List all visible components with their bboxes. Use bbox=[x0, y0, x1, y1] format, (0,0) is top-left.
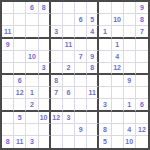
cell-r4c2[interactable] bbox=[14, 39, 26, 51]
cell-r5c11[interactable] bbox=[124, 51, 136, 63]
cell-r3c5[interactable]: 3 bbox=[51, 26, 63, 38]
cell-r6c1[interactable] bbox=[2, 63, 14, 75]
cell-r10c10[interactable] bbox=[112, 112, 124, 124]
cell-r12c8[interactable] bbox=[87, 136, 99, 148]
cell-r10c7[interactable] bbox=[75, 112, 87, 124]
cell-r10c8[interactable] bbox=[87, 112, 99, 124]
cell-r4c5[interactable] bbox=[51, 39, 63, 51]
cell-r11c6[interactable] bbox=[63, 124, 75, 136]
cell-r9c9[interactable]: 3 bbox=[99, 99, 111, 111]
cell-r1c10[interactable] bbox=[112, 2, 124, 14]
cell-r5c7[interactable]: 7 bbox=[75, 51, 87, 63]
cell-r5c10[interactable]: 4 bbox=[112, 51, 124, 63]
cell-r6c7[interactable] bbox=[75, 63, 87, 75]
sudoku-board: 6896510811341791111079432812689121761123… bbox=[0, 0, 150, 150]
cell-r12c7[interactable] bbox=[75, 136, 87, 148]
cell-r11c4[interactable] bbox=[39, 124, 51, 136]
cell-r6c9[interactable] bbox=[99, 63, 111, 75]
cell-r12c6[interactable] bbox=[63, 136, 75, 148]
cell-r7c7[interactable] bbox=[75, 75, 87, 87]
cell-r6c11[interactable] bbox=[124, 63, 136, 75]
cell-r6c6[interactable]: 2 bbox=[63, 63, 75, 75]
cell-r5c2[interactable] bbox=[14, 51, 26, 63]
cell-r9c6[interactable] bbox=[63, 99, 75, 111]
cell-r7c12[interactable] bbox=[136, 75, 148, 87]
cell-r5c3[interactable]: 10 bbox=[26, 51, 38, 63]
cell-r2c6[interactable] bbox=[63, 14, 75, 26]
cell-r1c5[interactable] bbox=[51, 2, 63, 14]
cell-r6c8[interactable]: 8 bbox=[87, 63, 99, 75]
cell-r8c9[interactable] bbox=[99, 87, 111, 99]
cell-r11c5[interactable] bbox=[51, 124, 63, 136]
cell-r10c11[interactable] bbox=[124, 112, 136, 124]
cell-r1c3[interactable]: 6 bbox=[26, 2, 38, 14]
cell-r11c7[interactable]: 9 bbox=[75, 124, 87, 136]
cell-r3c11[interactable] bbox=[124, 26, 136, 38]
cell-r12c10[interactable] bbox=[112, 136, 124, 148]
cell-r2c10[interactable]: 10 bbox=[112, 14, 124, 26]
cell-r3c12[interactable]: 7 bbox=[136, 26, 148, 38]
cell-r5c1[interactable] bbox=[2, 51, 14, 63]
cell-r11c8[interactable] bbox=[87, 124, 99, 136]
cell-r8c3[interactable]: 1 bbox=[26, 87, 38, 99]
cell-r10c3[interactable] bbox=[26, 112, 38, 124]
cell-r3c9[interactable]: 1 bbox=[99, 26, 111, 38]
cell-r4c9[interactable] bbox=[99, 39, 111, 51]
cell-r10c9[interactable] bbox=[99, 112, 111, 124]
cell-r4c7[interactable] bbox=[75, 39, 87, 51]
cell-r9c8[interactable] bbox=[87, 99, 99, 111]
cell-r8c2[interactable]: 12 bbox=[14, 87, 26, 99]
cell-r11c11[interactable]: 4 bbox=[124, 124, 136, 136]
cell-r8c4[interactable] bbox=[39, 87, 51, 99]
cell-r3c4[interactable] bbox=[39, 26, 51, 38]
cell-r12c11[interactable]: 10 bbox=[124, 136, 136, 148]
cell-r11c1[interactable] bbox=[2, 124, 14, 136]
cell-r10c1[interactable] bbox=[2, 112, 14, 124]
cell-r10c12[interactable] bbox=[136, 112, 148, 124]
cell-r10c2[interactable]: 5 bbox=[14, 112, 26, 124]
cell-r4c6[interactable]: 11 bbox=[63, 39, 75, 51]
cell-r5c6[interactable] bbox=[63, 51, 75, 63]
cell-r3c8[interactable]: 4 bbox=[87, 26, 99, 38]
cell-r6c4[interactable]: 3 bbox=[39, 63, 51, 75]
cell-r2c7[interactable]: 6 bbox=[75, 14, 87, 26]
cell-r4c11[interactable] bbox=[124, 39, 136, 51]
cell-r9c4[interactable] bbox=[39, 99, 51, 111]
cell-r12c4[interactable] bbox=[39, 136, 51, 148]
cell-r2c11[interactable] bbox=[124, 14, 136, 26]
cell-r11c2[interactable] bbox=[14, 124, 26, 136]
cell-r7c11[interactable]: 9 bbox=[124, 75, 136, 87]
cell-r2c9[interactable] bbox=[99, 14, 111, 26]
cell-r1c12[interactable]: 9 bbox=[136, 2, 148, 14]
cell-r11c9[interactable]: 8 bbox=[99, 124, 111, 136]
cell-r3c6[interactable] bbox=[63, 26, 75, 38]
cell-r5c5[interactable] bbox=[51, 51, 63, 63]
cell-r9c1[interactable] bbox=[2, 99, 14, 111]
cell-r8c5[interactable]: 7 bbox=[51, 87, 63, 99]
cell-r12c1[interactable]: 8 bbox=[2, 136, 14, 148]
cell-r1c11[interactable] bbox=[124, 2, 136, 14]
cell-r8c6[interactable]: 6 bbox=[63, 87, 75, 99]
cell-r3c1[interactable]: 11 bbox=[2, 26, 14, 38]
cell-r7c1[interactable] bbox=[2, 75, 14, 87]
cell-r2c8[interactable]: 5 bbox=[87, 14, 99, 26]
cell-r6c5[interactable] bbox=[51, 63, 63, 75]
cell-r2c1[interactable] bbox=[2, 14, 14, 26]
cell-r4c10[interactable]: 1 bbox=[112, 39, 124, 51]
cell-r8c7[interactable] bbox=[75, 87, 87, 99]
cell-r12c9[interactable]: 5 bbox=[99, 136, 111, 148]
cell-r7c8[interactable] bbox=[87, 75, 99, 87]
cell-r4c1[interactable]: 9 bbox=[2, 39, 14, 51]
cell-r11c12[interactable]: 12 bbox=[136, 124, 148, 136]
cell-r2c5[interactable] bbox=[51, 14, 63, 26]
cell-r5c4[interactable] bbox=[39, 51, 51, 63]
cell-r10c6[interactable]: 3 bbox=[63, 112, 75, 124]
cell-r11c10[interactable] bbox=[112, 124, 124, 136]
cell-r4c3[interactable] bbox=[26, 39, 38, 51]
cell-r2c4[interactable] bbox=[39, 14, 51, 26]
cell-r5c8[interactable]: 9 bbox=[87, 51, 99, 63]
cell-r1c1[interactable] bbox=[2, 2, 14, 14]
cell-r7c10[interactable] bbox=[112, 75, 124, 87]
cell-r10c5[interactable]: 12 bbox=[51, 112, 63, 124]
cell-r7c3[interactable] bbox=[26, 75, 38, 87]
cell-r3c2[interactable] bbox=[14, 26, 26, 38]
cell-r1c8[interactable] bbox=[87, 2, 99, 14]
cell-r3c3[interactable] bbox=[26, 26, 38, 38]
cell-r1c6[interactable] bbox=[63, 2, 75, 14]
cell-r8c12[interactable] bbox=[136, 87, 148, 99]
cell-r12c12[interactable] bbox=[136, 136, 148, 148]
cell-r6c12[interactable] bbox=[136, 63, 148, 75]
cell-r5c12[interactable] bbox=[136, 51, 148, 63]
cell-r2c3[interactable] bbox=[26, 14, 38, 26]
cell-r9c11[interactable]: 1 bbox=[124, 99, 136, 111]
cell-r9c3[interactable]: 2 bbox=[26, 99, 38, 111]
cell-r6c3[interactable] bbox=[26, 63, 38, 75]
cell-r3c7[interactable] bbox=[75, 26, 87, 38]
cell-r7c6[interactable] bbox=[63, 75, 75, 87]
cell-r4c8[interactable] bbox=[87, 39, 99, 51]
cell-r2c12[interactable]: 8 bbox=[136, 14, 148, 26]
cell-r8c10[interactable] bbox=[112, 87, 124, 99]
cell-r7c4[interactable] bbox=[39, 75, 51, 87]
cell-r8c1[interactable] bbox=[2, 87, 14, 99]
cell-r4c4[interactable] bbox=[39, 39, 51, 51]
cell-r12c3[interactable]: 3 bbox=[26, 136, 38, 148]
cell-r12c2[interactable]: 11 bbox=[14, 136, 26, 148]
cell-r7c9[interactable] bbox=[99, 75, 111, 87]
cell-r1c7[interactable] bbox=[75, 2, 87, 14]
cell-r7c5[interactable]: 8 bbox=[51, 75, 63, 87]
cell-r6c10[interactable]: 12 bbox=[112, 63, 124, 75]
cell-r9c10[interactable] bbox=[112, 99, 124, 111]
cell-r12c5[interactable] bbox=[51, 136, 63, 148]
cell-r1c9[interactable] bbox=[99, 2, 111, 14]
cell-r8c11[interactable] bbox=[124, 87, 136, 99]
cell-r3c10[interactable] bbox=[112, 26, 124, 38]
cell-r10c4[interactable]: 10 bbox=[39, 112, 51, 124]
cell-r1c2[interactable] bbox=[14, 2, 26, 14]
cell-r9c5[interactable] bbox=[51, 99, 63, 111]
cell-r11c3[interactable] bbox=[26, 124, 38, 136]
cell-r8c8[interactable]: 11 bbox=[87, 87, 99, 99]
cell-r5c9[interactable] bbox=[99, 51, 111, 63]
cell-r6c2[interactable] bbox=[14, 63, 26, 75]
cell-r4c12[interactable] bbox=[136, 39, 148, 51]
cell-r1c4[interactable]: 8 bbox=[39, 2, 51, 14]
cell-r9c2[interactable] bbox=[14, 99, 26, 111]
cell-r7c2[interactable]: 6 bbox=[14, 75, 26, 87]
cell-r2c2[interactable] bbox=[14, 14, 26, 26]
cell-r9c12[interactable]: 6 bbox=[136, 99, 148, 111]
cell-r9c7[interactable] bbox=[75, 99, 87, 111]
